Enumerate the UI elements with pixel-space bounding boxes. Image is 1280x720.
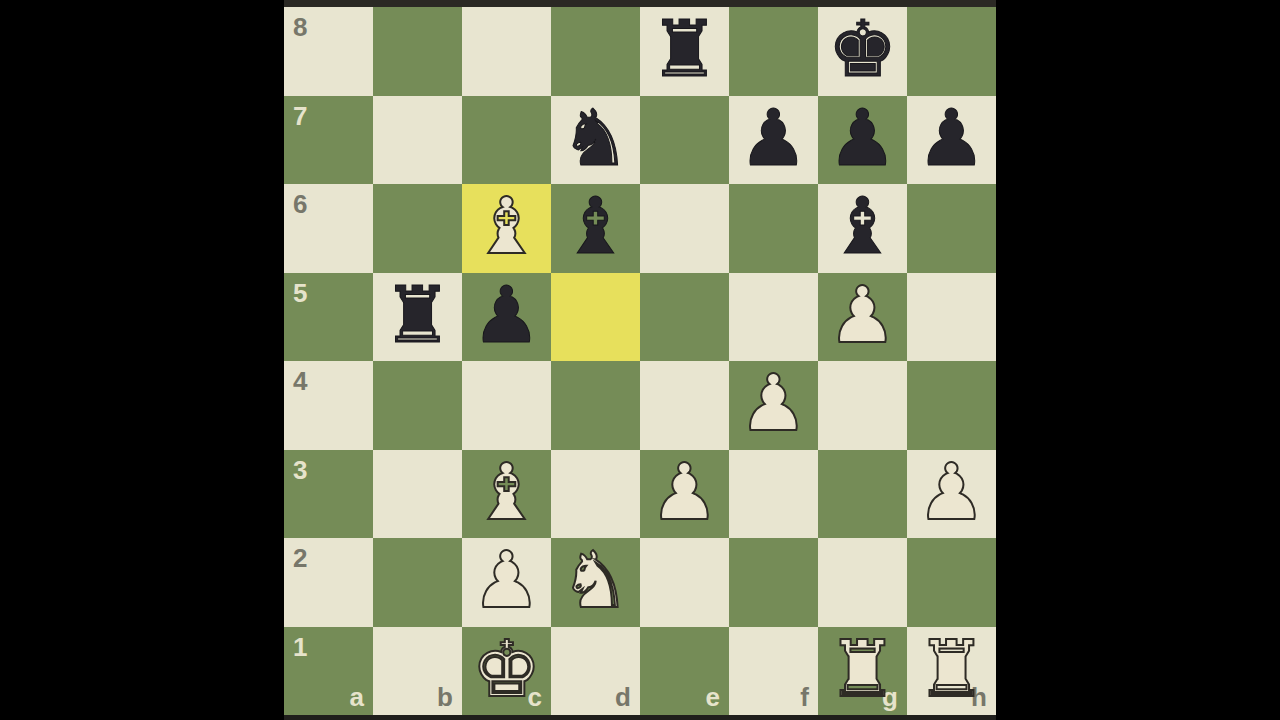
square-b5[interactable]: ♜	[373, 273, 462, 362]
square-b7[interactable]	[373, 96, 462, 185]
rank-label-4: 4	[293, 368, 307, 394]
square-a1[interactable]: 1a	[284, 627, 373, 716]
piece-black-bishop[interactable]: ♝	[828, 187, 898, 265]
square-e3[interactable]: ♟	[640, 450, 729, 539]
square-b1[interactable]: b	[373, 627, 462, 716]
square-c7[interactable]	[462, 96, 551, 185]
bottom-bar	[284, 715, 996, 720]
file-label-f: f	[800, 684, 809, 710]
square-d1[interactable]: d	[551, 627, 640, 716]
square-c3[interactable]: ♝	[462, 450, 551, 539]
square-g4[interactable]	[818, 361, 907, 450]
piece-white-pawn[interactable]: ♟	[917, 453, 987, 531]
square-g2[interactable]	[818, 538, 907, 627]
square-b4[interactable]	[373, 361, 462, 450]
square-d4[interactable]	[551, 361, 640, 450]
piece-white-rook[interactable]: ♜	[828, 630, 898, 708]
square-h7[interactable]: ♟	[907, 96, 996, 185]
square-f8[interactable]	[729, 7, 818, 96]
rank-label-3: 3	[293, 457, 307, 483]
piece-white-pawn[interactable]: ♟	[472, 541, 542, 619]
piece-black-rook[interactable]: ♜	[650, 10, 720, 88]
square-g1[interactable]: g♜	[818, 627, 907, 716]
file-label-b: b	[437, 684, 453, 710]
piece-black-pawn[interactable]: ♟	[472, 276, 542, 354]
square-a7[interactable]: 7	[284, 96, 373, 185]
square-g6[interactable]: ♝	[818, 184, 907, 273]
square-d3[interactable]	[551, 450, 640, 539]
rank-label-5: 5	[293, 280, 307, 306]
square-d8[interactable]	[551, 7, 640, 96]
square-h3[interactable]: ♟	[907, 450, 996, 539]
rank-label-7: 7	[293, 103, 307, 129]
square-b6[interactable]	[373, 184, 462, 273]
square-c4[interactable]	[462, 361, 551, 450]
square-c5[interactable]: ♟	[462, 273, 551, 362]
square-g7[interactable]: ♟	[818, 96, 907, 185]
square-a2[interactable]: 2	[284, 538, 373, 627]
square-c2[interactable]: ♟	[462, 538, 551, 627]
rank-label-8: 8	[293, 14, 307, 40]
square-c1[interactable]: c♚	[462, 627, 551, 716]
square-h8[interactable]	[907, 7, 996, 96]
square-f1[interactable]: f	[729, 627, 818, 716]
piece-white-bishop[interactable]: ♝	[472, 187, 542, 265]
square-h5[interactable]	[907, 273, 996, 362]
chess-board: 8♜♚7♞♟♟♟6♝♝♝5♜♟♟4♟3♝♟♟2♟♞1abc♚defg♜h♜	[284, 7, 996, 715]
square-f4[interactable]: ♟	[729, 361, 818, 450]
square-a5[interactable]: 5	[284, 273, 373, 362]
square-e2[interactable]	[640, 538, 729, 627]
square-e4[interactable]	[640, 361, 729, 450]
file-label-d: d	[615, 684, 631, 710]
square-h1[interactable]: h♜	[907, 627, 996, 716]
file-label-e: e	[706, 684, 720, 710]
square-h4[interactable]	[907, 361, 996, 450]
square-g3[interactable]	[818, 450, 907, 539]
square-c6[interactable]: ♝	[462, 184, 551, 273]
square-h6[interactable]	[907, 184, 996, 273]
video-frame: 8♜♚7♞♟♟♟6♝♝♝5♜♟♟4♟3♝♟♟2♟♞1abc♚defg♜h♜	[0, 0, 1280, 720]
square-e6[interactable]	[640, 184, 729, 273]
square-e7[interactable]	[640, 96, 729, 185]
piece-black-pawn[interactable]: ♟	[917, 99, 987, 177]
file-label-a: a	[350, 684, 364, 710]
piece-black-knight[interactable]: ♞	[561, 99, 631, 177]
square-h2[interactable]	[907, 538, 996, 627]
square-e5[interactable]	[640, 273, 729, 362]
square-c8[interactable]	[462, 7, 551, 96]
piece-black-pawn[interactable]: ♟	[828, 99, 898, 177]
square-e1[interactable]: e	[640, 627, 729, 716]
piece-white-pawn[interactable]: ♟	[739, 364, 809, 442]
square-f7[interactable]: ♟	[729, 96, 818, 185]
square-b3[interactable]	[373, 450, 462, 539]
square-a8[interactable]: 8	[284, 7, 373, 96]
rank-label-1: 1	[293, 634, 307, 660]
square-b8[interactable]	[373, 7, 462, 96]
square-f6[interactable]	[729, 184, 818, 273]
piece-black-pawn[interactable]: ♟	[739, 99, 809, 177]
piece-white-knight[interactable]: ♞	[561, 541, 631, 619]
piece-white-king[interactable]: ♚	[472, 630, 542, 708]
piece-black-bishop[interactable]: ♝	[561, 187, 631, 265]
square-e8[interactable]: ♜	[640, 7, 729, 96]
piece-black-king[interactable]: ♚	[828, 10, 898, 88]
square-f3[interactable]	[729, 450, 818, 539]
rank-label-2: 2	[293, 545, 307, 571]
square-a6[interactable]: 6	[284, 184, 373, 273]
square-d7[interactable]: ♞	[551, 96, 640, 185]
piece-white-bishop[interactable]: ♝	[472, 453, 542, 531]
square-d5[interactable]	[551, 273, 640, 362]
square-f2[interactable]	[729, 538, 818, 627]
piece-black-rook[interactable]: ♜	[383, 276, 453, 354]
square-d6[interactable]: ♝	[551, 184, 640, 273]
rank-label-6: 6	[293, 191, 307, 217]
square-f5[interactable]	[729, 273, 818, 362]
square-b2[interactable]	[373, 538, 462, 627]
piece-white-pawn[interactable]: ♟	[650, 453, 720, 531]
square-a3[interactable]: 3	[284, 450, 373, 539]
square-d2[interactable]: ♞	[551, 538, 640, 627]
square-g5[interactable]: ♟	[818, 273, 907, 362]
square-g8[interactable]: ♚	[818, 7, 907, 96]
piece-white-pawn[interactable]: ♟	[828, 276, 898, 354]
piece-white-rook[interactable]: ♜	[917, 630, 987, 708]
square-a4[interactable]: 4	[284, 361, 373, 450]
